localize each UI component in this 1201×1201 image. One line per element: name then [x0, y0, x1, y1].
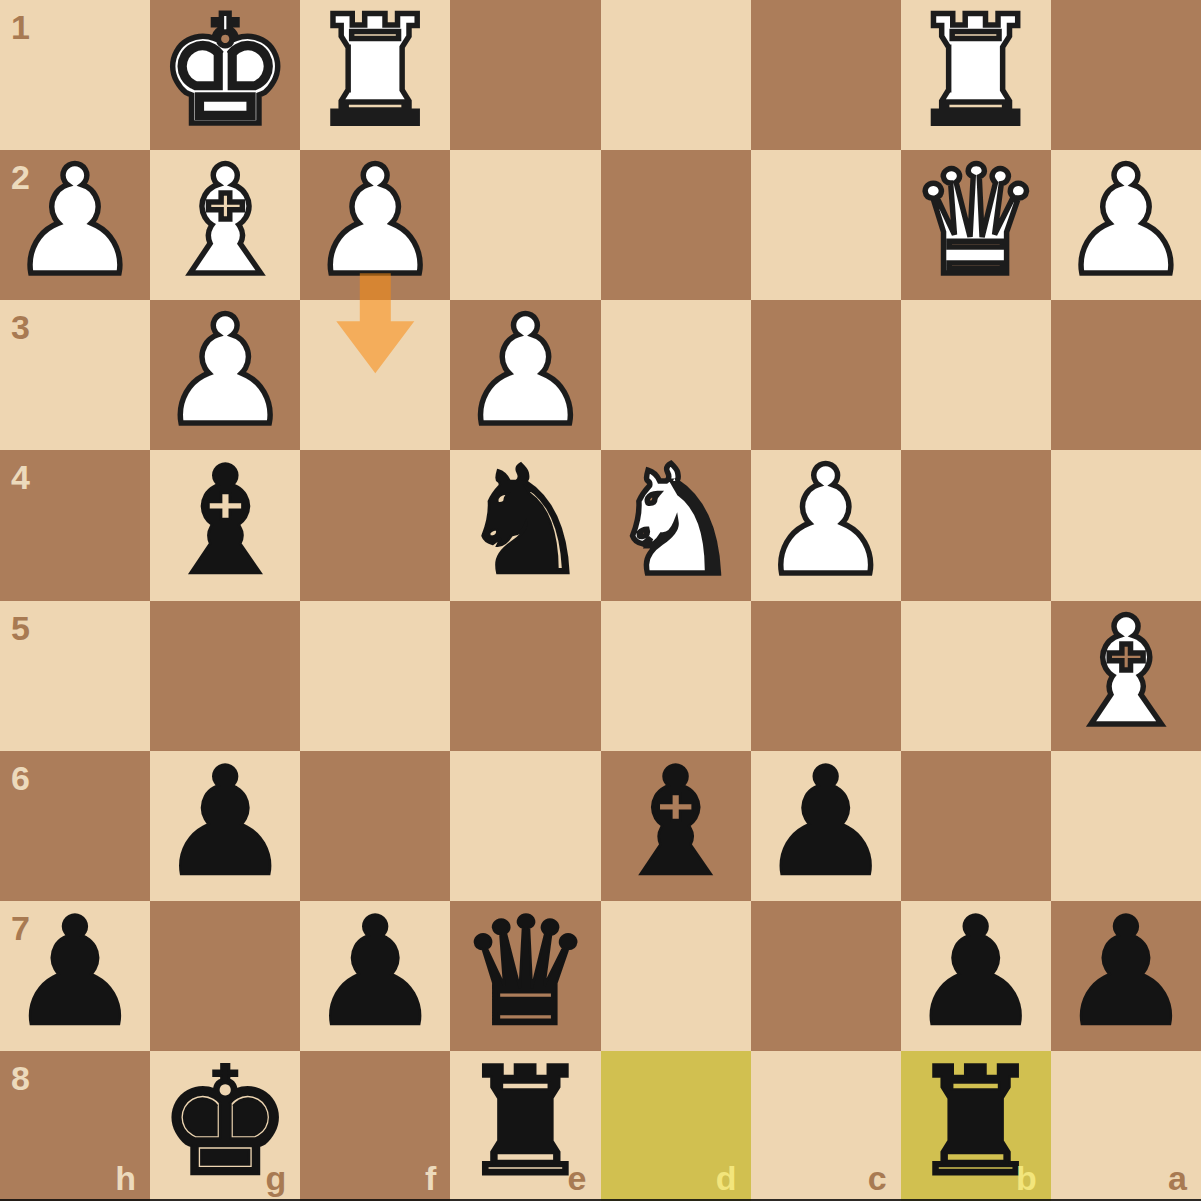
square-b7[interactable]: ♟: [901, 901, 1051, 1051]
square-f2[interactable]: ♟: [300, 150, 450, 300]
file-label-a: a: [1168, 1161, 1187, 1195]
file-label-c: c: [868, 1161, 887, 1195]
square-b6[interactable]: [901, 751, 1051, 901]
square-g5[interactable]: [150, 601, 300, 751]
piece-white-pawn[interactable]: ♟: [758, 446, 892, 596]
piece-white-queen[interactable]: ♛: [909, 146, 1043, 296]
square-c6[interactable]: ♟: [751, 751, 901, 901]
square-a8[interactable]: a: [1051, 1051, 1201, 1201]
square-f3[interactable]: [300, 300, 450, 450]
square-e8[interactable]: e♜: [450, 1051, 600, 1201]
square-c2[interactable]: [751, 150, 901, 300]
square-c5[interactable]: [751, 601, 901, 751]
square-f5[interactable]: [300, 601, 450, 751]
square-d6[interactable]: ♝: [601, 751, 751, 901]
file-label-b: b: [1016, 1161, 1037, 1195]
rank-label-8: 8: [11, 1061, 30, 1095]
piece-white-king[interactable]: ♚: [158, 0, 292, 146]
square-g6[interactable]: ♟: [150, 751, 300, 901]
piece-black-pawn[interactable]: ♟: [158, 747, 292, 897]
square-e4[interactable]: ♞: [450, 450, 600, 600]
square-a5[interactable]: ♝: [1051, 601, 1201, 751]
file-label-f: f: [425, 1161, 436, 1195]
piece-black-pawn[interactable]: ♟: [758, 747, 892, 897]
square-b4[interactable]: [901, 450, 1051, 600]
piece-white-bishop[interactable]: ♝: [1059, 597, 1193, 747]
square-f4[interactable]: [300, 450, 450, 600]
rank-label-1: 1: [11, 10, 30, 44]
square-a3[interactable]: [1051, 300, 1201, 450]
piece-black-bishop[interactable]: ♝: [158, 446, 292, 596]
rank-label-2: 2: [11, 160, 30, 194]
piece-white-rook[interactable]: ♜: [909, 0, 1043, 146]
square-b5[interactable]: [901, 601, 1051, 751]
piece-white-pawn[interactable]: ♟: [158, 296, 292, 446]
square-f7[interactable]: ♟: [300, 901, 450, 1051]
square-d2[interactable]: [601, 150, 751, 300]
rank-label-5: 5: [11, 611, 30, 645]
square-h8[interactable]: 8h: [0, 1051, 150, 1201]
square-f8[interactable]: f: [300, 1051, 450, 1201]
square-c8[interactable]: c: [751, 1051, 901, 1201]
square-b8[interactable]: b♜: [901, 1051, 1051, 1201]
piece-white-rook[interactable]: ♜: [308, 0, 442, 146]
square-a4[interactable]: [1051, 450, 1201, 600]
square-e5[interactable]: [450, 601, 600, 751]
square-b1[interactable]: ♜: [901, 0, 1051, 150]
piece-black-pawn[interactable]: ♟: [909, 897, 1043, 1047]
square-g3[interactable]: ♟: [150, 300, 300, 450]
piece-white-pawn[interactable]: ♟: [1059, 146, 1193, 296]
rank-label-4: 4: [11, 460, 30, 494]
file-label-g: g: [265, 1161, 286, 1195]
square-b3[interactable]: [901, 300, 1051, 450]
square-g8[interactable]: g♚: [150, 1051, 300, 1201]
square-a2[interactable]: ♟: [1051, 150, 1201, 300]
square-d7[interactable]: [601, 901, 751, 1051]
file-label-d: d: [716, 1161, 737, 1195]
square-h3[interactable]: 3: [0, 300, 150, 450]
square-d1[interactable]: [601, 0, 751, 150]
square-h2[interactable]: 2♟: [0, 150, 150, 300]
square-e3[interactable]: ♟: [450, 300, 600, 450]
square-g2[interactable]: ♝: [150, 150, 300, 300]
square-d8[interactable]: d: [601, 1051, 751, 1201]
square-f6[interactable]: [300, 751, 450, 901]
square-a1[interactable]: [1051, 0, 1201, 150]
rank-label-6: 6: [11, 761, 30, 795]
square-d3[interactable]: [601, 300, 751, 450]
piece-white-pawn[interactable]: ♟: [458, 296, 592, 446]
square-g1[interactable]: ♚: [150, 0, 300, 150]
square-a6[interactable]: [1051, 751, 1201, 901]
square-c1[interactable]: [751, 0, 901, 150]
square-h4[interactable]: 4: [0, 450, 150, 600]
square-h6[interactable]: 6: [0, 751, 150, 901]
rank-label-7: 7: [11, 911, 30, 945]
square-d5[interactable]: [601, 601, 751, 751]
square-e1[interactable]: [450, 0, 600, 150]
chess-board: 1♚♜♜2♟♝♟♛♟3♟♟4♝♞♞♟5♝6♟♝♟7♟♟♛♟♟8hg♚fe♜dcb…: [0, 0, 1201, 1201]
rank-label-3: 3: [11, 310, 30, 344]
square-a7[interactable]: ♟: [1051, 901, 1201, 1051]
piece-black-bishop[interactable]: ♝: [608, 747, 742, 897]
square-g4[interactable]: ♝: [150, 450, 300, 600]
square-e7[interactable]: ♛: [450, 901, 600, 1051]
square-g7[interactable]: [150, 901, 300, 1051]
file-label-e: e: [568, 1161, 587, 1195]
piece-white-knight[interactable]: ♞: [608, 446, 742, 596]
square-h5[interactable]: 5: [0, 601, 150, 751]
square-e2[interactable]: [450, 150, 600, 300]
square-d4[interactable]: ♞: [601, 450, 751, 600]
piece-white-bishop[interactable]: ♝: [158, 146, 292, 296]
square-c4[interactable]: ♟: [751, 450, 901, 600]
file-label-h: h: [115, 1161, 136, 1195]
square-b2[interactable]: ♛: [901, 150, 1051, 300]
square-h7[interactable]: 7♟: [0, 901, 150, 1051]
square-c7[interactable]: [751, 901, 901, 1051]
piece-black-pawn[interactable]: ♟: [1059, 897, 1193, 1047]
square-e6[interactable]: [450, 751, 600, 901]
square-h1[interactable]: 1: [0, 0, 150, 150]
piece-black-queen[interactable]: ♛: [458, 897, 592, 1047]
square-f1[interactable]: ♜: [300, 0, 450, 150]
piece-black-knight[interactable]: ♞: [458, 446, 592, 596]
square-c3[interactable]: [751, 300, 901, 450]
piece-white-pawn[interactable]: ♟: [308, 146, 442, 296]
piece-black-pawn[interactable]: ♟: [308, 897, 442, 1047]
